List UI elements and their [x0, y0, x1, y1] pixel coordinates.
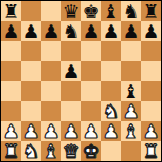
- black-pawn[interactable]: ♟: [122, 21, 139, 41]
- square-h6[interactable]: [141, 41, 161, 61]
- white-pawn[interactable]: ♟: [142, 121, 159, 141]
- square-b1[interactable]: ♞: [21, 141, 41, 161]
- white-rook[interactable]: ♜: [142, 141, 159, 161]
- square-e8[interactable]: ♚: [81, 1, 101, 21]
- square-a5[interactable]: [1, 61, 21, 81]
- square-f7[interactable]: ♟: [101, 21, 121, 41]
- square-d6[interactable]: [61, 41, 81, 61]
- square-d3[interactable]: [61, 101, 81, 121]
- black-knight[interactable]: ♞: [62, 21, 79, 41]
- square-h3[interactable]: [141, 101, 161, 121]
- white-pawn[interactable]: ♟: [42, 121, 59, 141]
- black-rook[interactable]: ♜: [142, 1, 159, 21]
- white-pawn[interactable]: ♟: [62, 121, 79, 141]
- square-g7[interactable]: ♟: [121, 21, 141, 41]
- square-h4[interactable]: [141, 81, 161, 101]
- square-d8[interactable]: ♛: [61, 1, 81, 21]
- white-bishop[interactable]: ♝: [122, 121, 139, 141]
- square-b6[interactable]: [21, 41, 41, 61]
- square-f8[interactable]: ♝: [101, 1, 121, 21]
- black-knight[interactable]: ♞: [122, 1, 139, 21]
- square-a6[interactable]: [1, 41, 21, 61]
- square-b4[interactable]: [21, 81, 41, 101]
- black-king[interactable]: ♚: [82, 1, 99, 21]
- chess-board: ♜♛♚♝♞♜♟♟♟♞♟♟♟♟♟♝♞♟♟♟♟♟♟♟♝♟♜♞♝♛♚♜: [1, 1, 161, 161]
- black-pawn[interactable]: ♟: [82, 21, 99, 41]
- square-e3[interactable]: [81, 101, 101, 121]
- square-d2[interactable]: ♟: [61, 121, 81, 141]
- square-c3[interactable]: [41, 101, 61, 121]
- square-f4[interactable]: [101, 81, 121, 101]
- white-pawn[interactable]: ♟: [82, 121, 99, 141]
- white-pawn[interactable]: ♟: [2, 121, 19, 141]
- black-pawn[interactable]: ♟: [2, 21, 19, 41]
- square-a7[interactable]: ♟: [1, 21, 21, 41]
- black-bishop[interactable]: ♝: [122, 81, 139, 101]
- square-c4[interactable]: [41, 81, 61, 101]
- square-f1[interactable]: [101, 141, 121, 161]
- square-h8[interactable]: ♜: [141, 1, 161, 21]
- square-e7[interactable]: ♟: [81, 21, 101, 41]
- square-d1[interactable]: ♛: [61, 141, 81, 161]
- square-b8[interactable]: [21, 1, 41, 21]
- square-h5[interactable]: [141, 61, 161, 81]
- square-f6[interactable]: [101, 41, 121, 61]
- square-b7[interactable]: ♟: [21, 21, 41, 41]
- square-f2[interactable]: ♟: [101, 121, 121, 141]
- white-knight[interactable]: ♞: [22, 141, 39, 161]
- square-c8[interactable]: [41, 1, 61, 21]
- square-d4[interactable]: [61, 81, 81, 101]
- square-a4[interactable]: [1, 81, 21, 101]
- square-e1[interactable]: ♚: [81, 141, 101, 161]
- square-g3[interactable]: ♟: [121, 101, 141, 121]
- white-knight[interactable]: ♞: [102, 101, 119, 121]
- black-pawn[interactable]: ♟: [22, 21, 39, 41]
- square-c1[interactable]: ♝: [41, 141, 61, 161]
- white-king[interactable]: ♚: [82, 141, 99, 161]
- square-g2[interactable]: ♝: [121, 121, 141, 141]
- chess-board-frame: ♜♛♚♝♞♜♟♟♟♞♟♟♟♟♟♝♞♟♟♟♟♟♟♟♝♟♜♞♝♛♚♜: [0, 0, 162, 162]
- square-c2[interactable]: ♟: [41, 121, 61, 141]
- square-c5[interactable]: [41, 61, 61, 81]
- white-bishop[interactable]: ♝: [42, 141, 59, 161]
- black-pawn[interactable]: ♟: [62, 61, 79, 81]
- square-c6[interactable]: [41, 41, 61, 61]
- black-bishop[interactable]: ♝: [102, 1, 119, 21]
- square-g5[interactable]: [121, 61, 141, 81]
- white-pawn[interactable]: ♟: [122, 101, 139, 121]
- white-pawn[interactable]: ♟: [102, 121, 119, 141]
- square-h7[interactable]: ♟: [141, 21, 161, 41]
- square-e4[interactable]: [81, 81, 101, 101]
- square-e2[interactable]: ♟: [81, 121, 101, 141]
- white-pawn[interactable]: ♟: [22, 121, 39, 141]
- square-d5[interactable]: ♟: [61, 61, 81, 81]
- square-a1[interactable]: ♜: [1, 141, 21, 161]
- square-b5[interactable]: [21, 61, 41, 81]
- square-e5[interactable]: [81, 61, 101, 81]
- square-e6[interactable]: [81, 41, 101, 61]
- black-pawn[interactable]: ♟: [102, 21, 119, 41]
- black-pawn[interactable]: ♟: [142, 21, 159, 41]
- square-d7[interactable]: ♞: [61, 21, 81, 41]
- white-queen[interactable]: ♛: [62, 141, 79, 161]
- white-rook[interactable]: ♜: [2, 141, 19, 161]
- square-h1[interactable]: ♜: [141, 141, 161, 161]
- square-b2[interactable]: ♟: [21, 121, 41, 141]
- square-f3[interactable]: ♞: [101, 101, 121, 121]
- square-g6[interactable]: [121, 41, 141, 61]
- square-g4[interactable]: ♝: [121, 81, 141, 101]
- square-b3[interactable]: [21, 101, 41, 121]
- square-f5[interactable]: [101, 61, 121, 81]
- square-g1[interactable]: [121, 141, 141, 161]
- black-pawn[interactable]: ♟: [42, 21, 59, 41]
- square-h2[interactable]: ♟: [141, 121, 161, 141]
- square-g8[interactable]: ♞: [121, 1, 141, 21]
- square-a8[interactable]: ♜: [1, 1, 21, 21]
- square-c7[interactable]: ♟: [41, 21, 61, 41]
- square-a2[interactable]: ♟: [1, 121, 21, 141]
- square-a3[interactable]: [1, 101, 21, 121]
- black-rook[interactable]: ♜: [2, 1, 19, 21]
- black-queen[interactable]: ♛: [62, 1, 79, 21]
